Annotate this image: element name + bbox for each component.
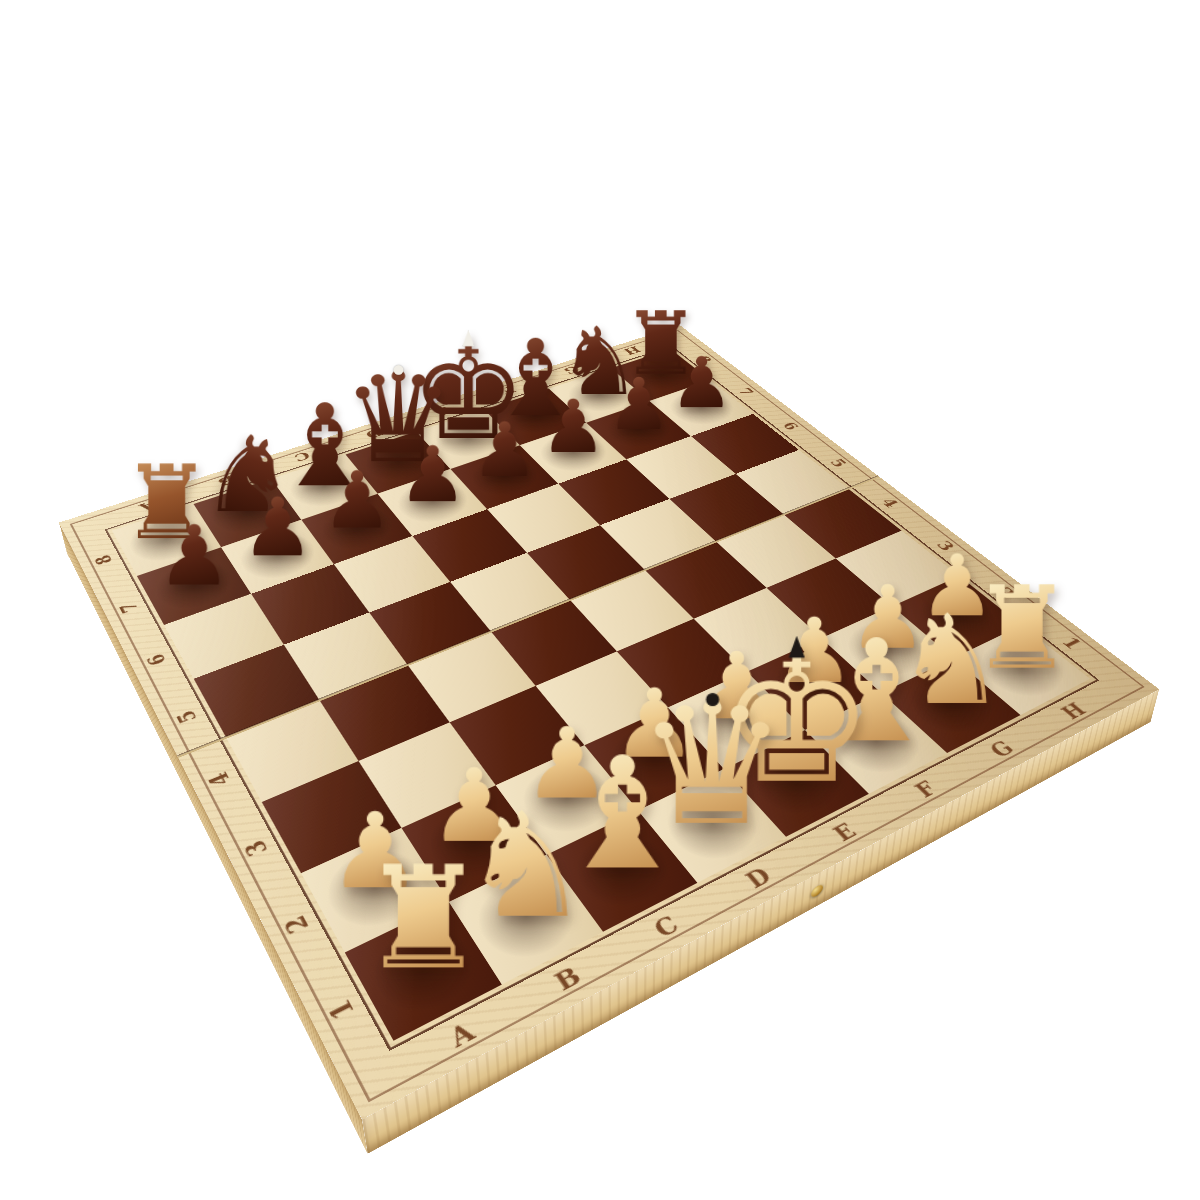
brass-clasp-pin: [811, 883, 824, 899]
black-cone-finial-icon: [788, 636, 804, 658]
chess-board: ♜♞♝♛♚♝♞♜♟♟♟♟♟♟♟♟♟♟♟♟♟♟♟♟♜♞♝♛♚♝♞♜ 1122334…: [59, 325, 1159, 1119]
white-cone-finial-icon: [462, 330, 474, 346]
scene: ♜♞♝♛♚♝♞♜♟♟♟♟♟♟♟♟♟♟♟♟♟♟♟♟♜♞♝♛♚♝♞♜ 1122334…: [0, 0, 1200, 1200]
black-ball-finial-icon: [705, 693, 718, 706]
white-ball-finial-icon: [393, 365, 403, 375]
